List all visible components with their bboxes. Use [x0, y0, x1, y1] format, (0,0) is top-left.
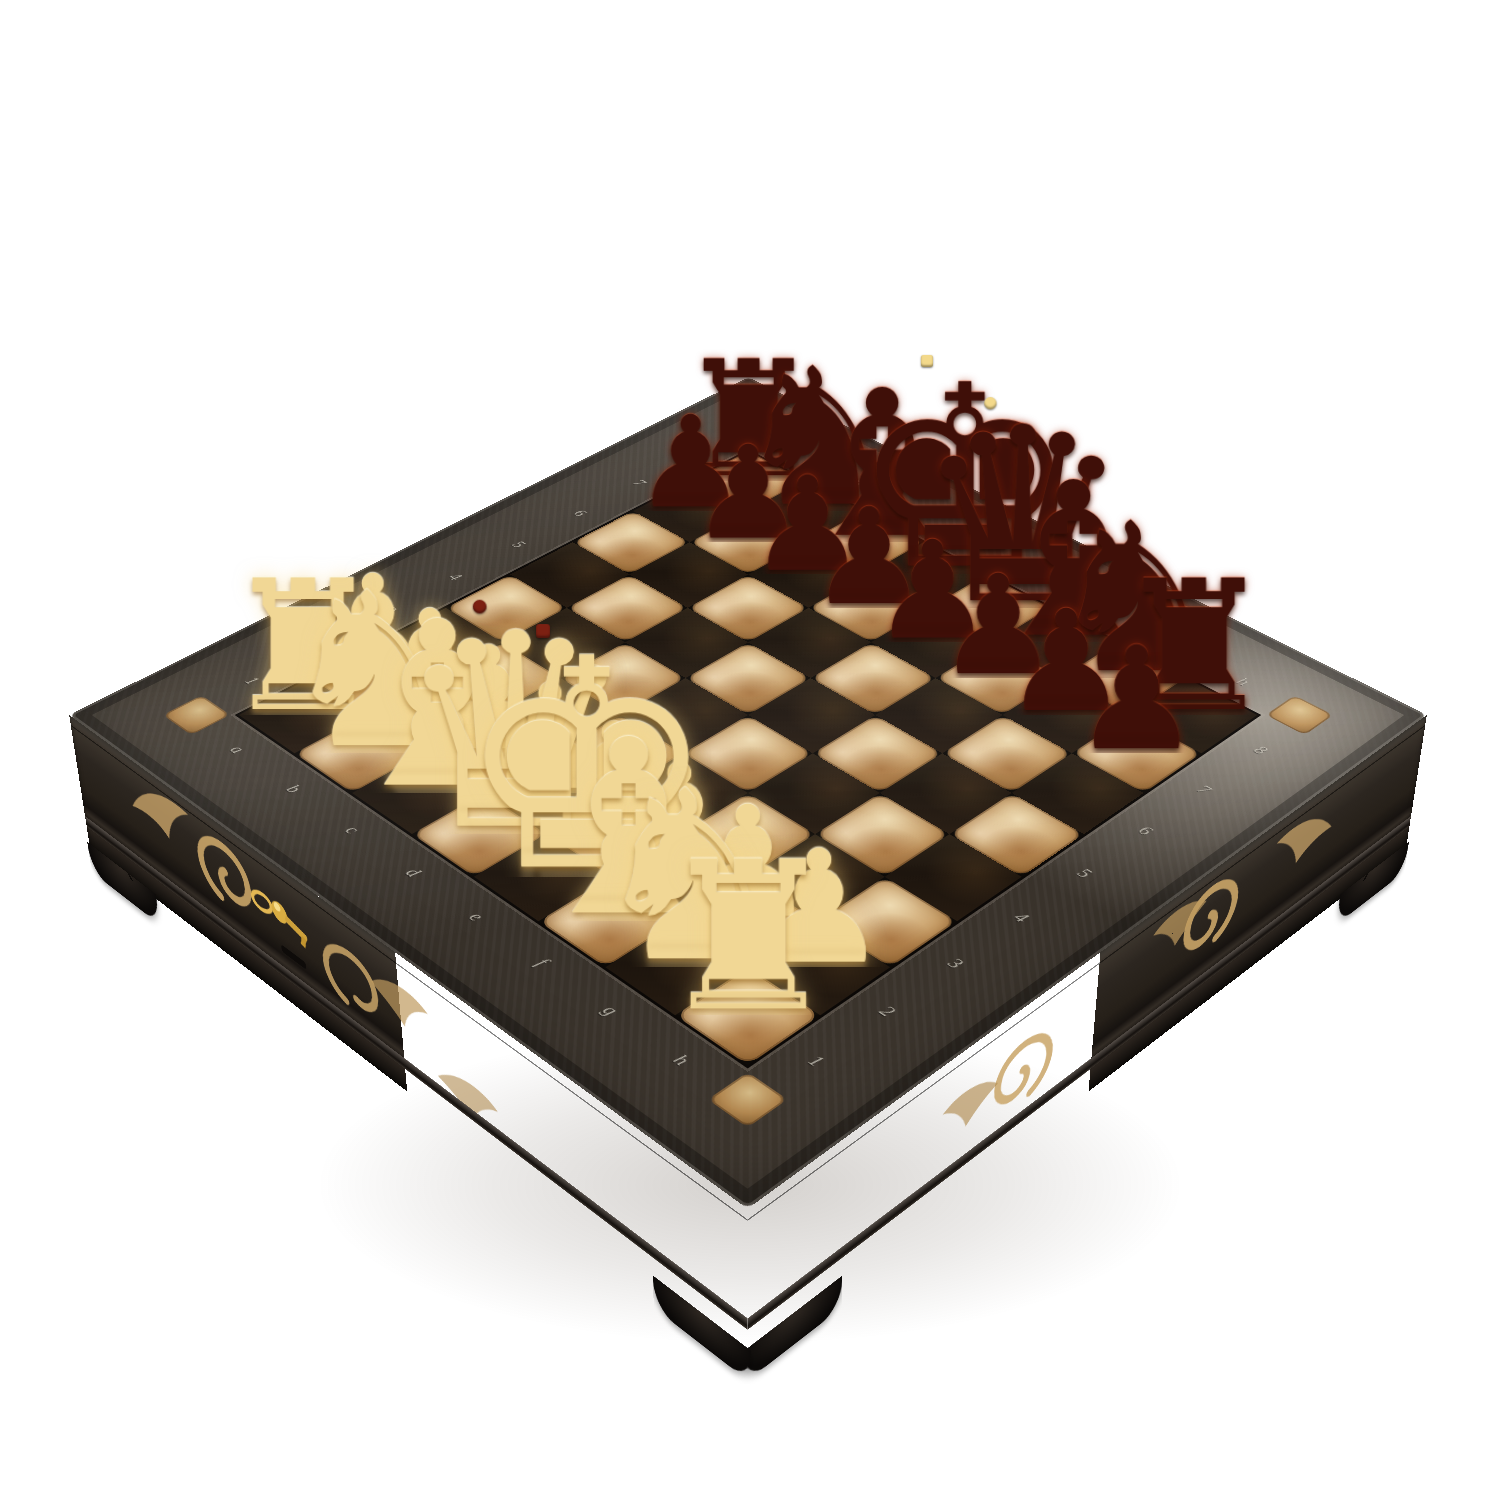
- brass-key-icon: [249, 875, 308, 958]
- amber-corner-accent: [163, 695, 231, 735]
- square-h1[interactable]: ♜♜: [675, 967, 820, 1065]
- coordinate-label: 8: [1216, 723, 1304, 779]
- piece-reflection: ♜: [656, 966, 838, 1171]
- board-top-frame: abcdefgh abcdefgh 87654321 87654321 ♜♜♞♞…: [69, 377, 1427, 1209]
- white-rook-h1[interactable]: ♜♜: [656, 810, 838, 1015]
- amber-corner-accent: [708, 1072, 788, 1128]
- amber-chess-box: abcdefgh abcdefgh 87654321 87654321 ♜♜♞♞…: [69, 377, 1427, 1209]
- photo-stage: abcdefgh abcdefgh 87654321 87654321 ♜♜♞♞…: [0, 0, 1500, 1500]
- scene: abcdefgh abcdefgh 87654321 87654321 ♜♜♞♞…: [0, 0, 1500, 1500]
- cherry-pawn-h7[interactable]: ♟♟: [1055, 611, 1218, 754]
- finial-cross: [536, 624, 550, 638]
- amber-corner-accent: [1266, 695, 1334, 735]
- coordinate-label: 6: [537, 491, 622, 536]
